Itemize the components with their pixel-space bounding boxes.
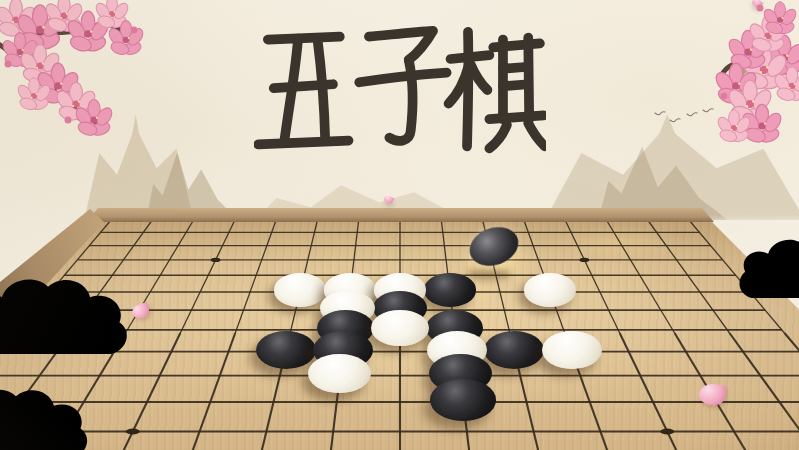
white-stone: ○ <box>524 273 576 306</box>
cloud-bottom-left <box>0 383 109 450</box>
cloud-left <box>0 272 151 377</box>
white-stone: ○ <box>274 273 326 306</box>
black-stone: ● <box>484 331 544 369</box>
white-stone: ○ <box>371 310 428 346</box>
gomoku-splash-scene: 五子棋 <box>0 0 799 450</box>
black-stone: ● <box>256 331 316 369</box>
board-frame-top <box>84 206 716 223</box>
cherry-blossom-top-right <box>660 0 799 160</box>
cloud-right <box>737 234 799 316</box>
black-stone: ● <box>430 379 496 421</box>
cherry-blossom-top-left <box>0 0 215 150</box>
star-point <box>211 258 221 262</box>
black-stone: ● <box>424 273 476 306</box>
white-stone: ○ <box>542 331 602 369</box>
star-point <box>126 429 140 435</box>
star-point <box>580 258 590 262</box>
star-point <box>660 429 674 435</box>
falling-stone-shadow <box>467 269 511 280</box>
